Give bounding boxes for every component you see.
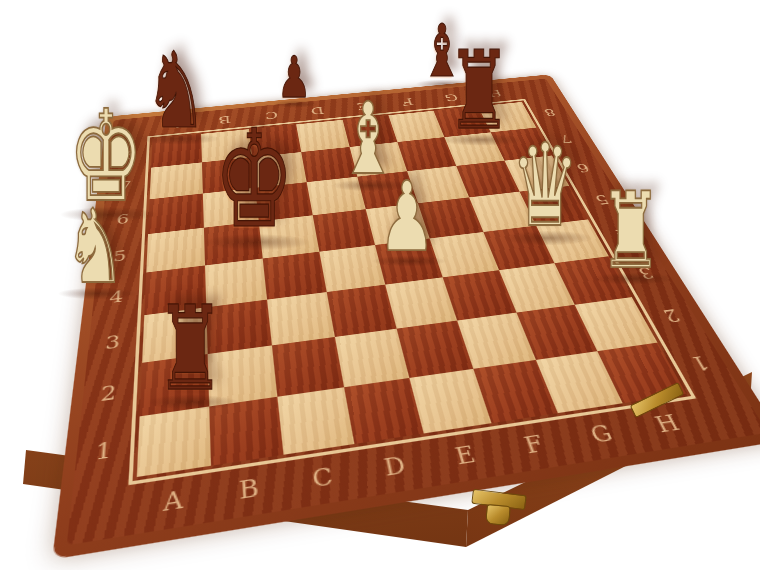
piece-dark-rook-g6[interactable]: ♜: [447, 36, 512, 144]
rank-label-left-1: 1: [94, 439, 114, 464]
file-label-bottom-A: A: [163, 487, 184, 515]
file-label-bottom-C: C: [311, 464, 336, 490]
file-label-bottom-B: B: [238, 476, 261, 503]
photo-stage: AA88BB77CC66DD55EE44FF33GG22HH11 ♝♟♞♜♝♚♛…: [0, 0, 760, 570]
piece-white-rook-h2[interactable]: ♜: [600, 178, 663, 283]
square-c1[interactable]: [277, 387, 354, 454]
piece-white-pawn-d3[interactable]: ♟: [378, 169, 435, 265]
piece-dark-king-d4[interactable]: ♚: [214, 112, 295, 247]
piece-dark-knight-b7[interactable]: ♞: [145, 38, 208, 143]
brass-clasp-drop: [485, 504, 511, 526]
rank-label-left-3: 3: [104, 333, 121, 352]
piece-dark-pawn-d8[interactable]: ♟: [277, 49, 311, 106]
piece-white-queen-f3[interactable]: ♛: [511, 129, 579, 243]
piece-dark-rook-b1[interactable]: ♜: [155, 290, 225, 407]
piece-white-knight-a3[interactable]: ♞: [65, 196, 126, 298]
square-a1[interactable]: [137, 406, 211, 477]
rank-label-left-2: 2: [100, 383, 118, 405]
